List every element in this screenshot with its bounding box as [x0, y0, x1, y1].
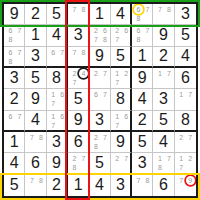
- cell-value: 9: [138, 70, 147, 86]
- cell-r6c8[interactable]: 5: [153, 111, 174, 132]
- candidate-2: 2: [177, 133, 186, 142]
- cell-value: 2: [138, 112, 147, 128]
- candidate-8: 8: [155, 163, 164, 172]
- candidate-2: 2: [91, 69, 100, 78]
- candidate-7: 7: [27, 133, 36, 142]
- cell-value: 8: [181, 112, 190, 128]
- cell-r7c7[interactable]: 5: [132, 132, 153, 153]
- candidate-7: 7: [70, 5, 79, 14]
- candidate-7: 7: [177, 176, 186, 185]
- cell-value: 4: [159, 134, 168, 150]
- candidate-1: 1: [113, 112, 122, 121]
- candidate-6: 6: [122, 26, 131, 35]
- cell-r9c5[interactable]: 4: [89, 175, 110, 196]
- cell-r2c7[interactable]: 678: [132, 25, 153, 46]
- cell-r4c5[interactable]: 27: [89, 68, 110, 89]
- candidate-7: 7: [27, 176, 36, 185]
- cell-value: 1: [95, 6, 104, 22]
- cell-value: 9: [10, 6, 19, 22]
- cell-r7c4[interactable]: 6: [68, 132, 89, 153]
- cell-r8c9[interactable]: 127: [175, 153, 196, 174]
- cell-value: 2: [31, 6, 40, 22]
- cell-r2c9[interactable]: 5: [175, 25, 196, 46]
- candidate-7: 7: [49, 121, 58, 130]
- cell-r9c9[interactable]: 79: [175, 175, 196, 196]
- cell-r7c6[interactable]: 9: [111, 132, 132, 153]
- cell-value: 3: [31, 48, 40, 64]
- cell-value: 3: [74, 27, 83, 43]
- cell-value: 4: [95, 177, 104, 193]
- pencil-marks: 278: [91, 133, 109, 151]
- pencil-marks: 78: [27, 133, 45, 142]
- pencil-marks: 678: [6, 48, 24, 66]
- candidate-7: 7: [122, 154, 131, 163]
- candidate-7: 7: [186, 90, 195, 99]
- cell-r2c5[interactable]: 2678: [89, 25, 110, 46]
- candidate-1: 1: [177, 154, 186, 163]
- cell-value: 6: [74, 134, 83, 150]
- pencil-marks: 17: [177, 90, 195, 99]
- candidate-7: 7: [113, 121, 122, 130]
- candidate-6: 6: [134, 26, 143, 35]
- cell-value: 5: [31, 70, 40, 86]
- candidate-9: 9: [186, 176, 195, 185]
- candidate-1: 1: [113, 69, 122, 78]
- cell-r5c3[interactable]: 167: [47, 89, 68, 110]
- pencil-marks: 67: [6, 112, 24, 121]
- cell-value: 3: [95, 112, 104, 128]
- cell-value: 5: [181, 27, 190, 43]
- cell-r6c6[interactable]: 167: [111, 111, 132, 132]
- candidate-8: 8: [134, 14, 143, 23]
- cell-r5c9[interactable]: 17: [175, 89, 196, 110]
- candidate-6: 6: [134, 5, 143, 14]
- candidate-2: 2: [91, 133, 100, 142]
- cell-r7c8[interactable]: 4: [153, 132, 174, 153]
- cell-r4c2[interactable]: 5: [25, 68, 46, 89]
- candidate-8: 8: [143, 176, 152, 185]
- cell-r5c7[interactable]: 4: [132, 89, 153, 110]
- cell-value: 1: [138, 48, 147, 64]
- cell-r6c3[interactable]: 167: [47, 111, 68, 132]
- cell-value: 5: [10, 177, 19, 193]
- candidate-2: 2: [70, 69, 79, 78]
- cell-r6c5[interactable]: 3: [89, 111, 110, 132]
- cell-r5c2[interactable]: 9: [25, 89, 46, 110]
- candidate-8: 8: [36, 133, 45, 142]
- pencil-marks: 78: [155, 5, 173, 14]
- cell-value: 9: [74, 112, 83, 128]
- cell-r5c6[interactable]: 8: [111, 89, 132, 110]
- cell-r3c7[interactable]: 1: [132, 47, 153, 68]
- cell-r3c4[interactable]: 78: [68, 47, 89, 68]
- sudoku-grid: 9257814678783678143267826767895678367789…: [4, 4, 196, 196]
- pencil-marks: 78: [70, 5, 88, 14]
- cell-r4c8[interactable]: 17: [153, 68, 174, 89]
- cell-r7c2[interactable]: 78: [25, 132, 46, 153]
- cell-r8c4[interactable]: 278: [68, 153, 89, 174]
- cell-value: 5: [138, 134, 147, 150]
- cell-value: 6: [181, 70, 190, 86]
- cell-r3c1[interactable]: 678: [4, 47, 25, 68]
- pencil-marks: 78: [27, 176, 45, 185]
- cell-r9c4[interactable]: 1: [68, 175, 89, 196]
- cell-value: 4: [116, 6, 125, 22]
- pencil-marks: 247: [70, 69, 88, 87]
- cell-value: 3: [138, 155, 147, 171]
- candidate-7: 7: [143, 26, 152, 35]
- candidate-7: 7: [186, 133, 195, 142]
- cell-r6c1[interactable]: 67: [4, 111, 25, 132]
- cell-r8c5[interactable]: 5: [89, 153, 110, 174]
- cell-value: 1: [31, 27, 40, 43]
- cell-r4c6[interactable]: 127: [111, 68, 132, 89]
- cell-r8c3[interactable]: 9: [47, 153, 68, 174]
- pencil-marks: 2678: [91, 26, 109, 44]
- cell-r3c5[interactable]: 9: [89, 47, 110, 68]
- cell-value: 3: [181, 6, 190, 22]
- candidate-8: 8: [134, 35, 143, 44]
- cell-r5c4[interactable]: 5: [68, 89, 89, 110]
- candidate-6: 6: [58, 90, 67, 99]
- pencil-marks: 67: [49, 48, 67, 57]
- candidate-8: 8: [36, 176, 45, 185]
- candidate-8: 8: [91, 142, 100, 151]
- candidate-7: 7: [100, 90, 109, 99]
- cell-r7c3[interactable]: 3: [47, 132, 68, 153]
- pencil-marks: 17: [155, 69, 173, 78]
- candidate-2: 2: [70, 154, 79, 163]
- cell-r4c4[interactable]: 247: [68, 68, 89, 89]
- pencil-marks: 167: [49, 112, 67, 130]
- candidate-7: 7: [113, 78, 122, 87]
- candidate-8: 8: [6, 57, 15, 66]
- cell-r3c2[interactable]: 3: [25, 47, 46, 68]
- candidate-6: 6: [6, 112, 15, 121]
- cell-r7c1[interactable]: 1: [4, 132, 25, 153]
- pencil-marks: 27: [113, 154, 131, 163]
- candidate-7: 7: [100, 133, 109, 142]
- candidate-2: 2: [113, 154, 122, 163]
- cell-r8c8[interactable]: 178: [153, 153, 174, 174]
- pencil-marks: 278: [70, 154, 88, 172]
- pencil-marks: 127: [177, 154, 195, 172]
- candidate-6: 6: [91, 90, 100, 99]
- candidate-8: 8: [70, 163, 79, 172]
- candidate-1: 1: [49, 90, 58, 99]
- candidate-7: 7: [91, 35, 100, 44]
- candidate-8: 8: [79, 5, 88, 14]
- cell-value: 5: [74, 91, 83, 107]
- pencil-marks: 678: [134, 26, 152, 44]
- cell-value: 4: [181, 48, 190, 64]
- cell-value: 1: [10, 134, 19, 150]
- pencil-marks: 127: [113, 69, 131, 87]
- cell-value: 4: [52, 27, 61, 43]
- candidate-7: 7: [155, 5, 164, 14]
- pencil-marks: 79: [177, 176, 195, 185]
- pencil-marks: 78: [70, 48, 88, 57]
- cell-r8c2[interactable]: 6: [25, 153, 46, 174]
- cell-value: 5: [52, 6, 61, 22]
- cell-r5c8[interactable]: 3: [153, 89, 174, 110]
- pencil-marks: 678: [6, 26, 24, 44]
- candidate-2: 2: [91, 26, 100, 35]
- cell-r1c5[interactable]: 1: [89, 4, 110, 25]
- cell-r5c5[interactable]: 67: [89, 89, 110, 110]
- cell-r9c1[interactable]: 5: [4, 175, 25, 196]
- candidate-8: 8: [100, 35, 109, 44]
- pencil-marks: 27: [91, 69, 109, 78]
- cell-r6c2[interactable]: 4: [25, 111, 46, 132]
- cell-value: 8: [52, 70, 61, 86]
- pencil-marks: 27: [177, 133, 195, 142]
- candidate-1: 1: [155, 154, 164, 163]
- cell-r3c6[interactable]: 5: [111, 47, 132, 68]
- candidate-7: 7: [15, 26, 24, 35]
- candidate-7: 7: [100, 69, 109, 78]
- candidate-7: 7: [177, 163, 186, 172]
- candidate-8: 8: [164, 5, 173, 14]
- cell-value: 5: [116, 48, 125, 64]
- candidate-6: 6: [100, 26, 109, 35]
- cell-r4c3[interactable]: 8: [47, 68, 68, 89]
- cell-r2c3[interactable]: 4: [47, 25, 68, 46]
- candidate-2: 2: [113, 26, 122, 35]
- cell-value: 9: [116, 134, 125, 150]
- cell-value: 2: [159, 48, 168, 64]
- cell-value: 2: [10, 91, 19, 107]
- candidate-8: 8: [79, 48, 88, 57]
- candidate-7: 7: [70, 78, 79, 87]
- cell-r8c7[interactable]: 3: [132, 153, 153, 174]
- cell-value: 8: [116, 91, 125, 107]
- candidate-7: 7: [164, 69, 173, 78]
- cell-r8c6[interactable]: 27: [111, 153, 132, 174]
- cell-value: 9: [159, 27, 168, 43]
- pencil-marks: 167: [49, 90, 67, 108]
- cell-r8c1[interactable]: 4: [4, 153, 25, 174]
- cell-value: 4: [138, 91, 147, 107]
- cell-r6c7[interactable]: 2: [132, 111, 153, 132]
- candidate-7: 7: [79, 154, 88, 163]
- cell-r6c4[interactable]: 9: [68, 111, 89, 132]
- cell-r1c8[interactable]: 78: [153, 4, 174, 25]
- candidate-1: 1: [177, 90, 186, 99]
- candidate-7: 7: [164, 154, 173, 163]
- candidate-6: 6: [58, 112, 67, 121]
- candidate-7: 7: [70, 48, 79, 57]
- candidate-1: 1: [49, 112, 58, 121]
- cell-r1c7[interactable]: 678: [132, 4, 153, 25]
- cell-value: 2: [52, 177, 61, 193]
- candidate-7: 7: [113, 35, 122, 44]
- cell-r1c9[interactable]: 3: [175, 4, 196, 25]
- cell-r9c2[interactable]: 78: [25, 175, 46, 196]
- candidate-8: 8: [6, 35, 15, 44]
- cell-value: 5: [95, 155, 104, 171]
- candidate-7: 7: [58, 48, 67, 57]
- cell-r9c8[interactable]: 6: [153, 175, 174, 196]
- cell-r1c4[interactable]: 78: [68, 4, 89, 25]
- cell-value: 5: [159, 112, 168, 128]
- cell-r3c8[interactable]: 2: [153, 47, 174, 68]
- cell-value: 6: [159, 177, 168, 193]
- cell-value: 6: [31, 155, 40, 171]
- cell-r5c1[interactable]: 2: [4, 89, 25, 110]
- pencil-marks: 678: [134, 5, 152, 23]
- cell-value: 9: [52, 155, 61, 171]
- cell-value: 3: [116, 177, 125, 193]
- cell-value: 3: [159, 91, 168, 107]
- cell-r4c9[interactable]: 6: [175, 68, 196, 89]
- candidate-2: 2: [122, 69, 131, 78]
- cell-r1c6[interactable]: 4: [111, 4, 132, 25]
- cell-value: 3: [52, 134, 61, 150]
- pencil-marks: 67: [91, 90, 109, 99]
- cell-r9c7[interactable]: 78: [132, 175, 153, 196]
- cell-r3c9[interactable]: 4: [175, 47, 196, 68]
- candidate-7: 7: [15, 112, 24, 121]
- pencil-marks: 267: [113, 26, 131, 44]
- cell-value: 1: [74, 177, 83, 193]
- cell-r2c2[interactable]: 1: [25, 25, 46, 46]
- cell-r4c1[interactable]: 3: [4, 68, 25, 89]
- cell-value: 4: [10, 155, 19, 171]
- sudoku-board: 9257814678783678143267826767895678367789…: [0, 0, 200, 200]
- cell-r4c7[interactable]: 9: [132, 68, 153, 89]
- candidate-7: 7: [15, 48, 24, 57]
- candidate-6: 6: [122, 112, 131, 121]
- candidate-6: 6: [6, 26, 15, 35]
- candidate-2: 2: [186, 154, 195, 163]
- cell-r2c4[interactable]: 3: [68, 25, 89, 46]
- cell-value: 4: [31, 112, 40, 128]
- cell-r2c8[interactable]: 9: [153, 25, 174, 46]
- candidate-7: 7: [49, 99, 58, 108]
- cell-value: 9: [31, 91, 40, 107]
- candidate-6: 6: [6, 48, 15, 57]
- pencil-marks: 167: [113, 112, 131, 130]
- cell-r9c3[interactable]: 2: [47, 175, 68, 196]
- cell-r2c1[interactable]: 678: [4, 25, 25, 46]
- cell-r1c1[interactable]: 9: [4, 4, 25, 25]
- candidate-7: 7: [143, 5, 152, 14]
- candidate-6: 6: [49, 48, 58, 57]
- candidate-1: 1: [155, 69, 164, 78]
- cell-r7c9[interactable]: 27: [175, 132, 196, 153]
- cell-r1c3[interactable]: 5: [47, 4, 68, 25]
- cell-r3c3[interactable]: 67: [47, 47, 68, 68]
- cell-r9c6[interactable]: 3: [111, 175, 132, 196]
- pencil-marks: 178: [155, 154, 173, 172]
- cell-r2c6[interactable]: 267: [111, 25, 132, 46]
- cell-r7c5[interactable]: 278: [89, 132, 110, 153]
- cell-r6c9[interactable]: 8: [175, 111, 196, 132]
- cell-r1c2[interactable]: 2: [25, 4, 46, 25]
- candidate-7: 7: [134, 176, 143, 185]
- pencil-marks: 78: [134, 176, 152, 185]
- cell-value: 3: [10, 70, 19, 86]
- cell-value: 9: [95, 48, 104, 64]
- candidate-4: 4: [79, 69, 88, 78]
